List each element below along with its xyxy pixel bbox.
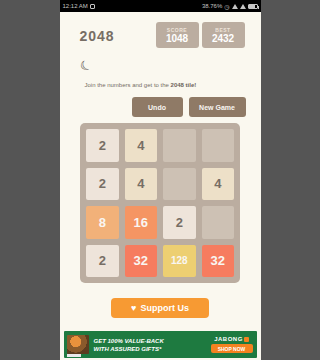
- page-title: 2048: [80, 28, 115, 44]
- ad-brand-logo: JABONG: [214, 336, 249, 342]
- app-screen: 12:12 AM 38.76% ◷ 2048 SCORE 1048 BEST 2…: [60, 0, 261, 360]
- header: 2048 SCORE 1048 BEST 2432: [60, 22, 261, 48]
- empty-cell: [202, 129, 235, 162]
- best-box: BEST 2432: [202, 22, 245, 48]
- tile-4: 4: [202, 168, 235, 201]
- support-us-label: Support Us: [140, 303, 189, 313]
- empty-cell: [202, 206, 235, 239]
- tile-2: 2: [163, 206, 196, 239]
- status-bar: 12:12 AM 38.76% ◷: [60, 0, 261, 12]
- status-time: 12:12 AM: [63, 3, 88, 9]
- battery-percent: 38.76%: [202, 3, 222, 9]
- undo-button[interactable]: Undo: [132, 97, 183, 117]
- best-value: 2432: [212, 33, 234, 44]
- score-box: SCORE 1048: [156, 22, 199, 48]
- new-game-button[interactable]: New Game: [189, 97, 246, 117]
- brand-mark-icon: [244, 337, 249, 342]
- instruction-text: Join the numbers and get to the 2048 til…: [60, 82, 261, 90]
- ad-banner[interactable]: GET 100% VALUE-BACK WITH ASSURED GIFTS* …: [64, 331, 257, 358]
- night-mode-toggle-moon-icon[interactable]: ☾: [77, 56, 94, 75]
- tile-32: 32: [202, 245, 235, 278]
- empty-cell: [163, 129, 196, 162]
- ad-image: [67, 335, 89, 354]
- empty-cell: [163, 168, 196, 201]
- shop-now-button[interactable]: SHOP NOW: [211, 344, 253, 353]
- alarm-icon: ◷: [224, 3, 229, 10]
- sd-card-icon: [90, 4, 95, 9]
- tile-128: 128: [163, 245, 196, 278]
- tile-4: 4: [125, 168, 158, 201]
- support-us-button[interactable]: ♥ Support Us: [111, 298, 209, 318]
- battery-icon: [248, 4, 258, 9]
- wifi-icon: [232, 4, 238, 9]
- signal-icon: [240, 4, 246, 9]
- toolbar: Undo New Game: [60, 97, 261, 117]
- tile-32: 32: [125, 245, 158, 278]
- ad-text: GET 100% VALUE-BACK WITH ASSURED GIFTS*: [92, 337, 208, 353]
- tile-16: 16: [125, 206, 158, 239]
- tile-4: 4: [125, 129, 158, 162]
- board[interactable]: 24244816223212832: [80, 123, 240, 283]
- score-value: 1048: [166, 33, 188, 44]
- tile-2: 2: [86, 129, 119, 162]
- tile-8: 8: [86, 206, 119, 239]
- tile-2: 2: [86, 168, 119, 201]
- heart-icon: ♥: [131, 303, 136, 313]
- tile-2: 2: [86, 245, 119, 278]
